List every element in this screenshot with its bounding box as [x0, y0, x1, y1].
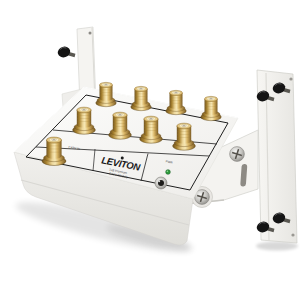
f-connector-icon — [166, 90, 187, 114]
plate-screw-icon — [291, 233, 294, 236]
product-photo-svg: LEVITON 1x8 Premium CATV Module CATV IN … — [0, 0, 300, 300]
power-led — [166, 170, 171, 175]
plate-screw-icon — [89, 32, 92, 35]
f-connector-icon — [201, 96, 222, 120]
arm-screw-icon — [230, 147, 245, 162]
power-jack — [155, 177, 167, 189]
product-photo: LEVITON 1x8 Premium CATV Module CATV IN … — [0, 0, 300, 300]
plate-screw-icon — [289, 77, 292, 80]
thumbscrew-icon — [56, 45, 75, 59]
